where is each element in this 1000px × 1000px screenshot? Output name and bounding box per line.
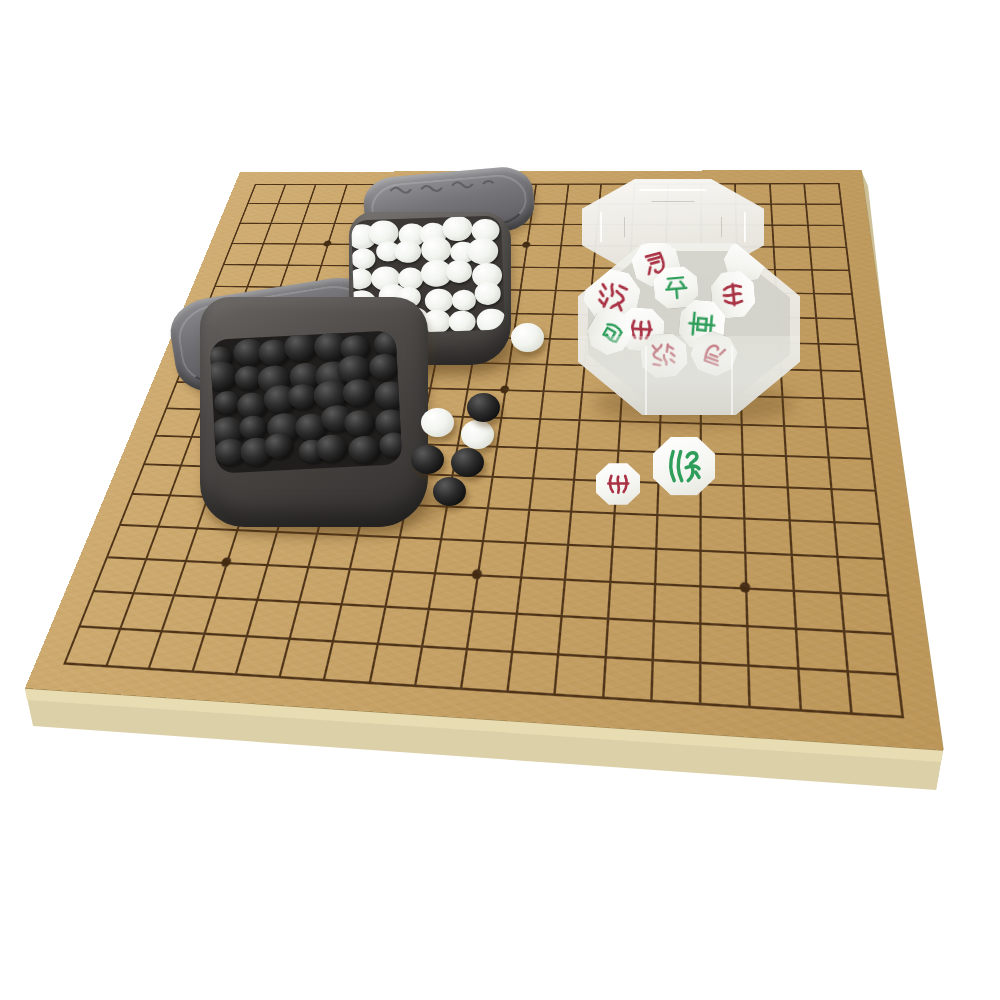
grid-cell — [106, 628, 161, 668]
grid-cell — [788, 519, 836, 555]
grid-cell — [460, 648, 511, 691]
grid-cell — [267, 531, 317, 566]
grid-cell — [536, 418, 579, 448]
grid-cell — [805, 203, 843, 224]
grid-cell — [271, 203, 309, 223]
grid-cell — [770, 203, 807, 224]
grid-cell — [516, 576, 564, 615]
black-stone[interactable] — [239, 415, 268, 440]
star-point — [471, 569, 482, 579]
grid-cell — [472, 574, 521, 612]
grid-cell — [148, 630, 203, 670]
grid-cell — [699, 622, 747, 664]
white-stone[interactable] — [474, 282, 501, 305]
white-stone[interactable] — [421, 236, 452, 263]
grid-cell — [654, 548, 700, 585]
grid-cell — [231, 223, 270, 243]
grid-cell — [174, 560, 226, 596]
grid-cell — [526, 224, 563, 245]
grid-cell — [842, 630, 896, 673]
grid-cell — [376, 606, 427, 646]
grid-cell — [223, 243, 263, 264]
white-stone[interactable] — [351, 248, 375, 269]
grid-cell — [279, 638, 333, 679]
grid-cell — [511, 613, 561, 654]
grid-cell — [566, 183, 601, 203]
grid-cell — [384, 570, 434, 608]
janggi-piece-jang[interactable] — [653, 437, 715, 495]
white-stone[interactable] — [351, 268, 372, 289]
grid-cell — [255, 243, 295, 264]
black-stone-heap — [210, 330, 403, 474]
grid-cell — [700, 516, 745, 552]
grid-cell — [368, 643, 421, 685]
grid-cell — [748, 664, 799, 709]
grid-cell — [191, 633, 246, 674]
grid-cell — [520, 267, 558, 290]
grid-cell — [568, 511, 614, 546]
grid-cell — [827, 456, 874, 489]
grid-cell — [235, 635, 289, 676]
piece-character-jol — [658, 271, 693, 304]
grid-cell — [699, 661, 749, 705]
grid-cell — [529, 203, 565, 223]
grid-cell — [482, 507, 529, 542]
grid-cell — [93, 556, 146, 592]
grid-cell — [278, 184, 316, 203]
black-stone[interactable] — [348, 435, 381, 464]
grid-cell — [323, 640, 376, 682]
grid-cell — [132, 463, 181, 494]
white-stone[interactable] — [451, 289, 476, 311]
grid-cell — [744, 517, 790, 553]
grid-cell — [106, 524, 158, 558]
grid-cell — [299, 566, 350, 603]
grid-cell — [846, 670, 901, 715]
grid-cell — [576, 419, 619, 449]
grid-cell — [215, 562, 267, 599]
grid-cell — [836, 556, 887, 595]
star-point — [220, 557, 232, 567]
grid-cell — [246, 599, 299, 638]
grid-cell — [807, 225, 846, 247]
grid-cell — [830, 488, 878, 523]
grid-cell — [119, 493, 169, 526]
grid-cell — [133, 558, 185, 594]
grid-cell — [434, 538, 482, 574]
grid-cell — [516, 289, 555, 313]
grid-cell — [809, 246, 848, 269]
grid-cell — [543, 364, 584, 392]
grid-cell — [143, 435, 191, 465]
grid-cell — [792, 590, 842, 630]
grid-cell — [466, 610, 516, 650]
grid-cell — [651, 620, 699, 662]
grid-cell — [523, 245, 560, 267]
black-stone-bowl[interactable] — [200, 297, 428, 527]
grid-cell — [496, 417, 539, 447]
grid-cell — [743, 485, 788, 519]
black-stone[interactable] — [343, 409, 375, 437]
grid-cell — [817, 343, 860, 370]
grid-cell — [532, 447, 576, 479]
grid-cell — [700, 483, 744, 517]
loose-white-stone[interactable] — [421, 408, 454, 437]
star-point — [500, 386, 510, 394]
grid-cell — [786, 486, 833, 521]
grid-cell — [288, 243, 328, 264]
grid-cell — [617, 420, 659, 451]
black-stone[interactable] — [264, 433, 295, 460]
loose-white-stone[interactable] — [511, 323, 544, 352]
grid-cell — [650, 659, 699, 703]
grid-cell — [421, 608, 472, 648]
loose-black-stone[interactable] — [411, 445, 444, 474]
grid-cell — [607, 581, 654, 620]
piece-character-byeong — [716, 277, 751, 314]
grid-cell — [414, 645, 466, 687]
grid-cell — [256, 564, 307, 601]
grid-cell — [309, 184, 346, 203]
grid-cell — [813, 293, 854, 318]
black-stone[interactable] — [374, 381, 403, 410]
grid-cell — [742, 454, 786, 487]
grid-cell — [540, 390, 582, 419]
grid-cell — [820, 370, 864, 399]
grid-cell — [653, 583, 700, 622]
grid-cell — [263, 223, 302, 244]
grid-cell — [391, 536, 440, 572]
case-facet-line — [645, 346, 647, 415]
piece-character-byeong — [602, 469, 635, 500]
grid-cell — [825, 426, 871, 458]
grid-cell — [507, 651, 558, 694]
grid-cell — [247, 184, 285, 203]
white-stone[interactable] — [442, 215, 473, 241]
grid-cell — [341, 568, 391, 605]
white-stone[interactable] — [394, 240, 421, 263]
grid-cell — [833, 521, 883, 558]
black-stone[interactable] — [341, 379, 374, 408]
loose-white-stone[interactable] — [461, 420, 494, 449]
grid-cell — [811, 269, 851, 293]
grid-cell — [815, 317, 857, 343]
grid-cell — [79, 590, 133, 628]
grid-cell — [477, 540, 525, 576]
grid-cell — [558, 615, 607, 656]
grid-cell — [602, 656, 652, 700]
grid-cell — [772, 246, 810, 269]
grid-cell — [214, 264, 255, 286]
grid-cell — [554, 653, 604, 696]
grid-cell — [492, 446, 536, 478]
janggi-piece-byeong[interactable] — [596, 463, 640, 504]
loose-black-stone[interactable] — [467, 393, 500, 422]
grid-cell — [161, 594, 214, 632]
grid-cell — [746, 625, 796, 667]
grid-cell — [564, 544, 611, 581]
grid-cell — [790, 554, 839, 592]
white-stone[interactable] — [449, 310, 476, 333]
grid-cell — [803, 183, 840, 203]
grid-cell — [120, 592, 174, 630]
star-point — [522, 242, 531, 248]
lid-emboss-marks — [382, 173, 512, 198]
grid-cell — [239, 203, 277, 223]
grid-cell — [655, 514, 700, 550]
loose-black-stone[interactable] — [433, 477, 466, 506]
grid-cell — [783, 425, 828, 456]
piece-character-jang — [661, 444, 707, 487]
grid-cell — [349, 534, 398, 570]
grid-cell — [609, 546, 655, 583]
loose-black-stone[interactable] — [451, 448, 484, 477]
star-point — [322, 241, 331, 247]
grid-cell — [525, 509, 571, 544]
grid-cell — [699, 550, 745, 588]
grid-cell — [611, 512, 656, 547]
grid-cell — [532, 184, 567, 204]
grid-cell — [769, 183, 805, 203]
grid-cell — [186, 527, 237, 562]
star-point — [740, 582, 751, 593]
grid-cell — [203, 596, 256, 635]
grid-cell — [794, 627, 846, 670]
case-facet-line — [731, 346, 733, 415]
grid-cell — [146, 526, 197, 560]
grid-cell — [64, 625, 120, 665]
grid-cell — [839, 592, 891, 633]
grid-cell — [520, 542, 567, 579]
black-stone[interactable] — [369, 353, 400, 380]
grid-cell — [822, 397, 867, 427]
grid-cell — [561, 579, 609, 618]
grid-cell — [529, 477, 574, 510]
grid-cell — [555, 267, 593, 290]
grid-cell — [155, 407, 202, 435]
grid-cell — [699, 585, 746, 625]
grid-cell — [604, 617, 652, 658]
janggi-piece-case[interactable] — [578, 243, 800, 415]
grid-cell — [741, 424, 784, 455]
grid-cell — [745, 587, 794, 627]
grid-cell — [289, 601, 341, 640]
grid-cell — [332, 603, 384, 642]
grid-cell — [226, 529, 276, 564]
white-stone[interactable] — [467, 238, 498, 265]
photo-scene — [0, 0, 1000, 1000]
grid-cell — [440, 506, 487, 540]
grid-cell — [784, 455, 830, 488]
white-stone[interactable] — [446, 260, 473, 283]
grid-cell — [308, 533, 357, 568]
grid-cell — [796, 667, 849, 712]
grid-cell — [428, 572, 477, 610]
grid-cell — [500, 389, 542, 418]
grid-cell — [302, 203, 340, 223]
grid-cell — [295, 223, 334, 244]
grid-cell — [247, 264, 288, 286]
black-stone[interactable] — [284, 333, 318, 363]
grid-cell — [744, 552, 792, 590]
grid-cell — [487, 476, 532, 509]
grid-cell — [771, 224, 809, 246]
black-stone[interactable] — [379, 432, 403, 458]
